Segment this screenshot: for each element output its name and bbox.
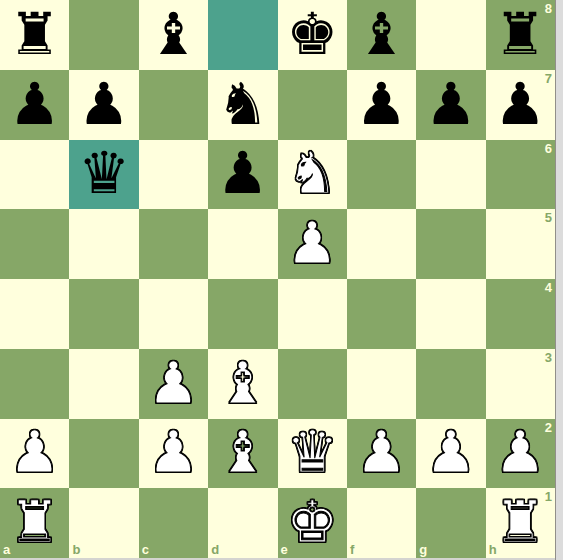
square-f8[interactable]: ♝ bbox=[347, 0, 416, 70]
piece-white-pawn[interactable]: ♟ bbox=[286, 214, 338, 272]
square-g7[interactable]: ♟ bbox=[416, 70, 485, 140]
piece-white-bishop[interactable]: ♝ bbox=[217, 423, 269, 481]
square-e4[interactable] bbox=[278, 279, 347, 349]
square-a4[interactable] bbox=[0, 279, 69, 349]
square-h2[interactable]: ♟2 bbox=[486, 419, 555, 489]
square-e1[interactable]: ♚e bbox=[278, 488, 347, 558]
square-g4[interactable] bbox=[416, 279, 485, 349]
square-f6[interactable] bbox=[347, 140, 416, 210]
square-f2[interactable]: ♟ bbox=[347, 419, 416, 489]
square-g5[interactable] bbox=[416, 209, 485, 279]
square-a3[interactable] bbox=[0, 349, 69, 419]
square-c7[interactable] bbox=[139, 70, 208, 140]
rank-label-3: 3 bbox=[545, 351, 552, 364]
square-d1[interactable]: d bbox=[208, 488, 277, 558]
file-label-c: c bbox=[142, 543, 149, 556]
piece-black-rook[interactable]: ♜ bbox=[9, 5, 61, 63]
piece-black-pawn[interactable]: ♟ bbox=[217, 144, 269, 202]
square-c6[interactable] bbox=[139, 140, 208, 210]
square-d7[interactable]: ♞ bbox=[208, 70, 277, 140]
square-e3[interactable] bbox=[278, 349, 347, 419]
piece-white-pawn[interactable]: ♟ bbox=[356, 423, 408, 481]
piece-white-pawn[interactable]: ♟ bbox=[147, 354, 199, 412]
square-c5[interactable] bbox=[139, 209, 208, 279]
square-c8[interactable]: ♝ bbox=[139, 0, 208, 70]
piece-white-rook[interactable]: ♜ bbox=[9, 493, 61, 551]
square-g2[interactable]: ♟ bbox=[416, 419, 485, 489]
square-b6[interactable]: ♛ bbox=[69, 140, 138, 210]
square-b5[interactable] bbox=[69, 209, 138, 279]
square-b3[interactable] bbox=[69, 349, 138, 419]
square-d6[interactable]: ♟ bbox=[208, 140, 277, 210]
square-e2[interactable]: ♛ bbox=[278, 419, 347, 489]
square-h6[interactable]: 6 bbox=[486, 140, 555, 210]
square-b7[interactable]: ♟ bbox=[69, 70, 138, 140]
piece-white-pawn[interactable]: ♟ bbox=[425, 423, 477, 481]
square-f4[interactable] bbox=[347, 279, 416, 349]
square-b4[interactable] bbox=[69, 279, 138, 349]
square-g1[interactable]: g bbox=[416, 488, 485, 558]
square-d4[interactable] bbox=[208, 279, 277, 349]
square-c4[interactable] bbox=[139, 279, 208, 349]
piece-black-pawn[interactable]: ♟ bbox=[494, 75, 546, 133]
piece-white-pawn[interactable]: ♟ bbox=[9, 423, 61, 481]
square-f3[interactable] bbox=[347, 349, 416, 419]
piece-black-pawn[interactable]: ♟ bbox=[425, 75, 477, 133]
square-a8[interactable]: ♜ bbox=[0, 0, 69, 70]
square-b8[interactable] bbox=[69, 0, 138, 70]
square-a6[interactable] bbox=[0, 140, 69, 210]
square-e7[interactable] bbox=[278, 70, 347, 140]
piece-white-queen[interactable]: ♛ bbox=[286, 423, 338, 481]
square-f1[interactable]: f bbox=[347, 488, 416, 558]
square-d8[interactable] bbox=[208, 0, 277, 70]
square-d3[interactable]: ♝ bbox=[208, 349, 277, 419]
square-h4[interactable]: 4 bbox=[486, 279, 555, 349]
square-d2[interactable]: ♝ bbox=[208, 419, 277, 489]
square-f5[interactable] bbox=[347, 209, 416, 279]
piece-black-pawn[interactable]: ♟ bbox=[9, 75, 61, 133]
rank-label-4: 4 bbox=[545, 281, 552, 294]
rank-label-5: 5 bbox=[545, 211, 552, 224]
piece-white-pawn[interactable]: ♟ bbox=[147, 423, 199, 481]
square-h8[interactable]: ♜8 bbox=[486, 0, 555, 70]
file-label-d: d bbox=[211, 543, 219, 556]
piece-black-king[interactable]: ♚ bbox=[286, 5, 338, 63]
chess-board[interactable]: ♜♝♚♝♜8♟♟♞♟♟♟7♛♟♞6♟54♟♝3♟♟♝♛♟♟♟2♜abcd♚efg… bbox=[0, 0, 555, 558]
chess-app: ♜♝♚♝♜8♟♟♞♟♟♟7♛♟♞6♟54♟♝3♟♟♝♛♟♟♟2♜abcd♚efg… bbox=[0, 0, 563, 560]
piece-black-rook[interactable]: ♜ bbox=[494, 5, 546, 63]
square-e5[interactable]: ♟ bbox=[278, 209, 347, 279]
square-g3[interactable] bbox=[416, 349, 485, 419]
file-label-g: g bbox=[419, 543, 427, 556]
square-h3[interactable]: 3 bbox=[486, 349, 555, 419]
square-h5[interactable]: 5 bbox=[486, 209, 555, 279]
square-h1[interactable]: ♜1h bbox=[486, 488, 555, 558]
square-f7[interactable]: ♟ bbox=[347, 70, 416, 140]
piece-black-queen[interactable]: ♛ bbox=[78, 144, 130, 202]
square-c2[interactable]: ♟ bbox=[139, 419, 208, 489]
square-g6[interactable] bbox=[416, 140, 485, 210]
square-b2[interactable] bbox=[69, 419, 138, 489]
file-label-b: b bbox=[72, 543, 80, 556]
piece-black-knight[interactable]: ♞ bbox=[217, 75, 269, 133]
square-h7[interactable]: ♟7 bbox=[486, 70, 555, 140]
piece-black-bishop[interactable]: ♝ bbox=[356, 5, 408, 63]
rank-label-6: 6 bbox=[545, 142, 552, 155]
piece-white-knight[interactable]: ♞ bbox=[286, 144, 338, 202]
piece-black-pawn[interactable]: ♟ bbox=[78, 75, 130, 133]
piece-white-king[interactable]: ♚ bbox=[286, 493, 338, 551]
square-a2[interactable]: ♟ bbox=[0, 419, 69, 489]
piece-white-pawn[interactable]: ♟ bbox=[494, 423, 546, 481]
square-e8[interactable]: ♚ bbox=[278, 0, 347, 70]
square-b1[interactable]: b bbox=[69, 488, 138, 558]
square-a7[interactable]: ♟ bbox=[0, 70, 69, 140]
square-c1[interactable]: c bbox=[139, 488, 208, 558]
file-label-f: f bbox=[350, 543, 354, 556]
square-e6[interactable]: ♞ bbox=[278, 140, 347, 210]
piece-black-bishop[interactable]: ♝ bbox=[147, 5, 199, 63]
square-a5[interactable] bbox=[0, 209, 69, 279]
square-a1[interactable]: ♜a bbox=[0, 488, 69, 558]
piece-black-pawn[interactable]: ♟ bbox=[356, 75, 408, 133]
piece-white-bishop[interactable]: ♝ bbox=[217, 354, 269, 412]
square-g8[interactable] bbox=[416, 0, 485, 70]
square-c3[interactable]: ♟ bbox=[139, 349, 208, 419]
piece-white-rook[interactable]: ♜ bbox=[494, 493, 546, 551]
square-d5[interactable] bbox=[208, 209, 277, 279]
vertical-scrollbar[interactable] bbox=[555, 0, 563, 560]
